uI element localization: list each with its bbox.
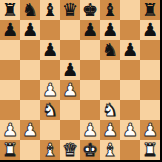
square-h7[interactable]: ♟ [140,20,160,40]
piece-black-pawn[interactable]: ♟ [22,21,38,39]
square-c4[interactable]: ♟ [40,80,60,100]
piece-white-pawn[interactable]: ♟ [42,81,58,99]
square-g1[interactable] [120,140,140,160]
square-b5[interactable] [20,60,40,80]
piece-black-pawn[interactable]: ♟ [2,21,18,39]
piece-black-pawn[interactable]: ♟ [82,21,98,39]
square-f2[interactable]: ♟ [100,120,120,140]
square-a7[interactable]: ♟ [0,20,20,40]
square-e5[interactable] [80,60,100,80]
square-a4[interactable] [0,80,20,100]
square-c6[interactable]: ♟ [40,40,60,60]
square-h3[interactable] [140,100,160,120]
square-d5[interactable]: ♟ [60,60,80,80]
square-a2[interactable]: ♟ [0,120,20,140]
square-h2[interactable]: ♟ [140,120,160,140]
piece-white-king[interactable]: ♚ [82,141,98,159]
square-c8[interactable]: ♝ [40,0,60,20]
piece-white-bishop[interactable]: ♝ [42,141,58,159]
square-c5[interactable] [40,60,60,80]
piece-black-pawn[interactable]: ♟ [42,41,58,59]
square-h8[interactable]: ♜ [140,0,160,20]
square-f3[interactable]: ♞ [100,100,120,120]
piece-white-knight[interactable]: ♞ [42,101,58,119]
piece-black-rook[interactable]: ♜ [2,1,18,19]
piece-black-king[interactable]: ♚ [82,1,98,19]
piece-white-pawn[interactable]: ♟ [142,121,158,139]
piece-black-queen[interactable]: ♛ [62,1,78,19]
chess-board: ♜♞♝♛♚♝♜♟♟♟♟♟♟♞♟♟♟♟♞♞♟♟♟♟♟♟♜♝♛♚♝♜ [0,0,162,162]
square-d6[interactable] [60,40,80,60]
square-f1[interactable]: ♝ [100,140,120,160]
piece-black-knight[interactable]: ♞ [102,41,118,59]
square-h6[interactable] [140,40,160,60]
square-g2[interactable]: ♟ [120,120,140,140]
square-g7[interactable] [120,20,140,40]
square-b4[interactable] [20,80,40,100]
piece-white-pawn[interactable]: ♟ [82,121,98,139]
square-e3[interactable] [80,100,100,120]
piece-black-bishop[interactable]: ♝ [42,1,58,19]
piece-white-rook[interactable]: ♜ [2,141,18,159]
piece-white-queen[interactable]: ♛ [62,141,78,159]
square-h4[interactable] [140,80,160,100]
square-e2[interactable]: ♟ [80,120,100,140]
square-b1[interactable] [20,140,40,160]
square-b8[interactable]: ♞ [20,0,40,20]
square-f6[interactable]: ♞ [100,40,120,60]
square-e6[interactable] [80,40,100,60]
square-e8[interactable]: ♚ [80,0,100,20]
square-g3[interactable] [120,100,140,120]
square-d7[interactable] [60,20,80,40]
piece-white-bishop[interactable]: ♝ [102,141,118,159]
square-d2[interactable] [60,120,80,140]
piece-white-pawn[interactable]: ♟ [22,121,38,139]
piece-black-pawn[interactable]: ♟ [102,21,118,39]
piece-white-pawn[interactable]: ♟ [102,121,118,139]
square-a6[interactable] [0,40,20,60]
square-f5[interactable] [100,60,120,80]
piece-white-knight[interactable]: ♞ [102,101,118,119]
square-h5[interactable] [140,60,160,80]
square-f7[interactable]: ♟ [100,20,120,40]
square-g4[interactable] [120,80,140,100]
square-d4[interactable]: ♟ [60,80,80,100]
square-c2[interactable] [40,120,60,140]
square-e4[interactable] [80,80,100,100]
piece-white-rook[interactable]: ♜ [142,141,158,159]
square-g8[interactable] [120,0,140,20]
square-g6[interactable]: ♟ [120,40,140,60]
square-c7[interactable] [40,20,60,40]
square-f8[interactable]: ♝ [100,0,120,20]
square-d3[interactable] [60,100,80,120]
square-f4[interactable] [100,80,120,100]
square-a1[interactable]: ♜ [0,140,20,160]
square-d1[interactable]: ♛ [60,140,80,160]
square-b6[interactable] [20,40,40,60]
piece-black-rook[interactable]: ♜ [142,1,158,19]
piece-white-pawn[interactable]: ♟ [122,121,138,139]
square-d8[interactable]: ♛ [60,0,80,20]
square-a8[interactable]: ♜ [0,0,20,20]
square-b3[interactable] [20,100,40,120]
square-h1[interactable]: ♜ [140,140,160,160]
square-b7[interactable]: ♟ [20,20,40,40]
square-a5[interactable] [0,60,20,80]
piece-white-pawn[interactable]: ♟ [62,81,78,99]
piece-black-pawn[interactable]: ♟ [142,21,158,39]
square-c3[interactable]: ♞ [40,100,60,120]
square-b2[interactable]: ♟ [20,120,40,140]
piece-black-pawn[interactable]: ♟ [122,41,138,59]
piece-black-bishop[interactable]: ♝ [102,1,118,19]
piece-black-pawn[interactable]: ♟ [62,61,78,79]
square-e1[interactable]: ♚ [80,140,100,160]
piece-black-knight[interactable]: ♞ [22,1,38,19]
piece-white-pawn[interactable]: ♟ [2,121,18,139]
square-a3[interactable] [0,100,20,120]
square-e7[interactable]: ♟ [80,20,100,40]
square-c1[interactable]: ♝ [40,140,60,160]
square-g5[interactable] [120,60,140,80]
